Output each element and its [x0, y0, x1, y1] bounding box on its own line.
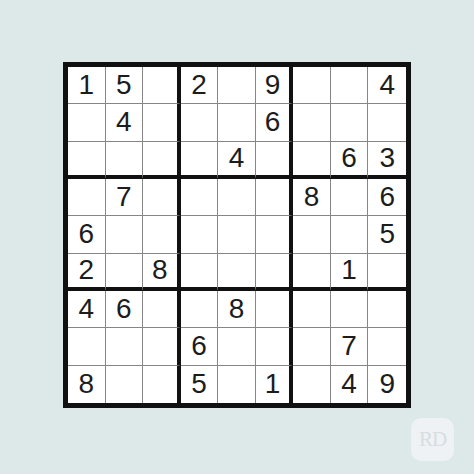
cell-r4c7[interactable]: 8: [293, 179, 331, 216]
cell-r6c4[interactable]: [181, 254, 219, 291]
cell-r1c2[interactable]: 5: [106, 67, 144, 104]
cell-r5c7[interactable]: [293, 216, 331, 253]
cell-r3c6[interactable]: [256, 142, 294, 179]
cell-r8c7[interactable]: [293, 328, 331, 365]
given-digit: 6: [191, 332, 207, 360]
given-digit: 4: [116, 108, 132, 136]
given-digit: 6: [116, 295, 132, 323]
cell-r9c6[interactable]: 1: [256, 366, 294, 403]
cell-r3c8[interactable]: 6: [331, 142, 369, 179]
cell-r4c8[interactable]: [331, 179, 369, 216]
given-digit: 4: [78, 295, 94, 323]
cell-r8c1[interactable]: [68, 328, 106, 365]
cell-r6c3[interactable]: 8: [143, 254, 181, 291]
cell-r8c5[interactable]: [218, 328, 256, 365]
cell-r9c4[interactable]: 5: [181, 366, 219, 403]
cell-r2c7[interactable]: [293, 104, 331, 141]
cell-r9c5[interactable]: [218, 366, 256, 403]
cell-r4c1[interactable]: [68, 179, 106, 216]
cell-r1c3[interactable]: [143, 67, 181, 104]
cell-r2c3[interactable]: [143, 104, 181, 141]
cell-r4c3[interactable]: [143, 179, 181, 216]
given-digit: 4: [229, 144, 245, 172]
cell-r5c9[interactable]: 5: [368, 216, 406, 253]
cell-r4c2[interactable]: 7: [106, 179, 144, 216]
cell-r7c8[interactable]: [331, 291, 369, 328]
cell-r1c1[interactable]: 1: [68, 67, 106, 104]
cell-r8c8[interactable]: 7: [331, 328, 369, 365]
cell-r9c3[interactable]: [143, 366, 181, 403]
given-digit: 8: [229, 295, 245, 323]
cell-r4c9[interactable]: 6: [368, 179, 406, 216]
cell-r9c9[interactable]: 9: [368, 366, 406, 403]
cell-r7c4[interactable]: [181, 291, 219, 328]
cell-r5c4[interactable]: [181, 216, 219, 253]
given-digit: 3: [379, 144, 395, 172]
given-digit: 5: [379, 220, 395, 248]
cell-r8c6[interactable]: [256, 328, 294, 365]
cell-r6c8[interactable]: 1: [331, 254, 369, 291]
cell-r5c8[interactable]: [331, 216, 369, 253]
cell-r6c7[interactable]: [293, 254, 331, 291]
given-digit: 5: [191, 370, 207, 398]
given-digit: 2: [78, 256, 94, 284]
cell-r3c1[interactable]: [68, 142, 106, 179]
given-digit: 7: [116, 183, 132, 211]
rd-logo-text: RD: [419, 427, 446, 452]
given-digit: 6: [78, 220, 94, 248]
cell-r3c3[interactable]: [143, 142, 181, 179]
given-digit: 9: [379, 370, 395, 398]
cell-r6c2[interactable]: [106, 254, 144, 291]
cell-r7c9[interactable]: [368, 291, 406, 328]
cell-r6c1[interactable]: 2: [68, 254, 106, 291]
sudoku-board: 1529446463786652814686785149: [63, 62, 411, 408]
cell-r8c4[interactable]: 6: [181, 328, 219, 365]
given-digit: 6: [379, 183, 395, 211]
given-digit: 1: [265, 370, 281, 398]
given-digit: 4: [379, 71, 395, 99]
given-digit: 1: [78, 71, 94, 99]
cell-r2c1[interactable]: [68, 104, 106, 141]
rd-logo-badge: RD: [411, 418, 454, 461]
cell-r7c5[interactable]: 8: [218, 291, 256, 328]
cell-r6c6[interactable]: [256, 254, 294, 291]
cell-r7c3[interactable]: [143, 291, 181, 328]
cell-r9c1[interactable]: 8: [68, 366, 106, 403]
cell-r3c4[interactable]: [181, 142, 219, 179]
cell-r4c4[interactable]: [181, 179, 219, 216]
cell-r9c2[interactable]: [106, 366, 144, 403]
cell-r1c8[interactable]: [331, 67, 369, 104]
cell-r2c5[interactable]: [218, 104, 256, 141]
given-digit: 7: [341, 332, 357, 360]
cell-r3c2[interactable]: [106, 142, 144, 179]
given-digit: 6: [265, 108, 281, 136]
cell-r1c7[interactable]: [293, 67, 331, 104]
cell-r2c9[interactable]: [368, 104, 406, 141]
given-digit: 8: [78, 370, 94, 398]
cell-r2c8[interactable]: [331, 104, 369, 141]
cell-r2c2[interactable]: 4: [106, 104, 144, 141]
cell-r6c9[interactable]: [368, 254, 406, 291]
cell-r5c2[interactable]: [106, 216, 144, 253]
cell-r7c6[interactable]: [256, 291, 294, 328]
cell-r6c5[interactable]: [218, 254, 256, 291]
cell-r7c1[interactable]: 4: [68, 291, 106, 328]
cell-r8c9[interactable]: [368, 328, 406, 365]
cell-r1c9[interactable]: 4: [368, 67, 406, 104]
cell-r2c6[interactable]: 6: [256, 104, 294, 141]
cell-r5c6[interactable]: [256, 216, 294, 253]
cell-r5c1[interactable]: 6: [68, 216, 106, 253]
cell-r8c3[interactable]: [143, 328, 181, 365]
cell-r5c5[interactable]: [218, 216, 256, 253]
cell-r5c3[interactable]: [143, 216, 181, 253]
page-background: 1529446463786652814686785149 RD: [0, 0, 474, 474]
given-digit: 6: [341, 144, 357, 172]
given-digit: 1: [341, 256, 357, 284]
cell-r7c2[interactable]: 6: [106, 291, 144, 328]
cell-r1c5[interactable]: [218, 67, 256, 104]
cell-r1c4[interactable]: 2: [181, 67, 219, 104]
given-digit: 9: [265, 71, 281, 99]
cell-r1c6[interactable]: 9: [256, 67, 294, 104]
cell-r7c7[interactable]: [293, 291, 331, 328]
cell-r3c9[interactable]: 3: [368, 142, 406, 179]
cell-r4c6[interactable]: [256, 179, 294, 216]
cell-r3c5[interactable]: 4: [218, 142, 256, 179]
cell-r3c7[interactable]: [293, 142, 331, 179]
given-digit: 2: [191, 71, 207, 99]
given-digit: 8: [152, 256, 168, 284]
cell-r9c8[interactable]: 4: [331, 366, 369, 403]
cell-r4c5[interactable]: [218, 179, 256, 216]
cell-r8c2[interactable]: [106, 328, 144, 365]
cell-r9c7[interactable]: [293, 366, 331, 403]
given-digit: 8: [304, 183, 320, 211]
given-digit: 4: [341, 370, 357, 398]
given-digit: 5: [116, 71, 132, 99]
cell-r2c4[interactable]: [181, 104, 219, 141]
